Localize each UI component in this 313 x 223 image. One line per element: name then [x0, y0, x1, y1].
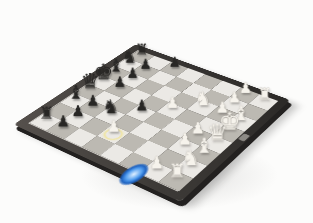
piece-black-pawn[interactable]: ♟	[46, 114, 81, 129]
square-h6[interactable]: ♟	[159, 62, 188, 77]
piece-white-pawn[interactable]: ♟	[156, 96, 190, 111]
square-d4[interactable]	[143, 112, 175, 130]
piece-black-pawn[interactable]: ♟	[124, 99, 158, 114]
piece-black-pawn[interactable]: ♟	[104, 75, 137, 89]
piece-white-pawn[interactable]: ♟	[96, 119, 131, 135]
chess-computer-photo: ♜♞♝♚♛♝♜♟♟♟♟♟♟♟♞♟♟♟♞♟♟♟♟♟♟♜♝♚♛♝♞♜	[0, 0, 313, 223]
piece-black-knight[interactable]: ♞	[93, 97, 127, 116]
piece-white-rook[interactable]: ♜	[247, 86, 280, 103]
piece-white-rook[interactable]: ♜	[158, 161, 196, 180]
piece-black-pawn[interactable]: ♟	[159, 56, 190, 70]
square-a1[interactable]: ♜	[158, 169, 193, 191]
